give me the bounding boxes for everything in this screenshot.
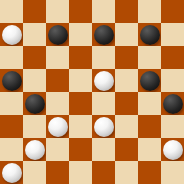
dark-square[interactable] bbox=[0, 69, 23, 92]
light-square bbox=[115, 161, 138, 184]
light-square bbox=[138, 46, 161, 69]
light-square bbox=[46, 0, 69, 23]
dark-square[interactable] bbox=[115, 0, 138, 23]
dark-square[interactable] bbox=[161, 92, 184, 115]
dark-square[interactable] bbox=[92, 115, 115, 138]
white-checker[interactable] bbox=[25, 140, 45, 160]
dark-square[interactable] bbox=[69, 92, 92, 115]
dark-square[interactable] bbox=[0, 115, 23, 138]
checkers-board bbox=[0, 0, 184, 184]
dark-square[interactable] bbox=[92, 161, 115, 184]
light-square bbox=[115, 69, 138, 92]
dark-square[interactable] bbox=[0, 161, 23, 184]
dark-square[interactable] bbox=[138, 115, 161, 138]
light-square bbox=[138, 0, 161, 23]
dark-square[interactable] bbox=[161, 46, 184, 69]
light-square bbox=[115, 115, 138, 138]
dark-square[interactable] bbox=[46, 69, 69, 92]
light-square bbox=[92, 138, 115, 161]
dark-square[interactable] bbox=[23, 92, 46, 115]
light-square bbox=[92, 92, 115, 115]
dark-square[interactable] bbox=[23, 138, 46, 161]
light-square bbox=[69, 69, 92, 92]
dark-square[interactable] bbox=[46, 115, 69, 138]
dark-square[interactable] bbox=[46, 161, 69, 184]
black-checker[interactable] bbox=[94, 25, 114, 45]
white-checker[interactable] bbox=[94, 117, 114, 137]
dark-square[interactable] bbox=[23, 46, 46, 69]
light-square bbox=[23, 23, 46, 46]
dark-square[interactable] bbox=[23, 0, 46, 23]
black-checker[interactable] bbox=[48, 25, 68, 45]
light-square bbox=[161, 161, 184, 184]
dark-square[interactable] bbox=[138, 69, 161, 92]
dark-square[interactable] bbox=[115, 46, 138, 69]
white-checker[interactable] bbox=[2, 25, 22, 45]
light-square bbox=[23, 69, 46, 92]
light-square bbox=[69, 161, 92, 184]
light-square bbox=[0, 0, 23, 23]
dark-square[interactable] bbox=[92, 69, 115, 92]
dark-square[interactable] bbox=[69, 0, 92, 23]
black-checker[interactable] bbox=[25, 94, 45, 114]
light-square bbox=[161, 115, 184, 138]
dark-square[interactable] bbox=[161, 138, 184, 161]
light-square bbox=[23, 161, 46, 184]
dark-square[interactable] bbox=[92, 23, 115, 46]
dark-square[interactable] bbox=[46, 23, 69, 46]
light-square bbox=[69, 115, 92, 138]
light-square bbox=[46, 46, 69, 69]
light-square bbox=[0, 46, 23, 69]
light-square bbox=[46, 92, 69, 115]
light-square bbox=[161, 23, 184, 46]
light-square bbox=[161, 69, 184, 92]
white-checker[interactable] bbox=[48, 117, 68, 137]
white-checker[interactable] bbox=[163, 140, 183, 160]
light-square bbox=[0, 92, 23, 115]
light-square bbox=[23, 115, 46, 138]
light-square bbox=[138, 92, 161, 115]
white-checker[interactable] bbox=[94, 71, 114, 91]
dark-square[interactable] bbox=[115, 92, 138, 115]
white-checker[interactable] bbox=[2, 163, 22, 183]
dark-square[interactable] bbox=[115, 138, 138, 161]
dark-square[interactable] bbox=[69, 138, 92, 161]
light-square bbox=[115, 23, 138, 46]
light-square bbox=[0, 138, 23, 161]
dark-square[interactable] bbox=[138, 161, 161, 184]
dark-square[interactable] bbox=[138, 23, 161, 46]
black-checker[interactable] bbox=[163, 94, 183, 114]
light-square bbox=[92, 0, 115, 23]
dark-square[interactable] bbox=[0, 23, 23, 46]
dark-square[interactable] bbox=[161, 0, 184, 23]
light-square bbox=[138, 138, 161, 161]
black-checker[interactable] bbox=[2, 71, 22, 91]
light-square bbox=[69, 23, 92, 46]
dark-square[interactable] bbox=[69, 46, 92, 69]
black-checker[interactable] bbox=[140, 25, 160, 45]
black-checker[interactable] bbox=[140, 71, 160, 91]
light-square bbox=[46, 138, 69, 161]
light-square bbox=[92, 46, 115, 69]
